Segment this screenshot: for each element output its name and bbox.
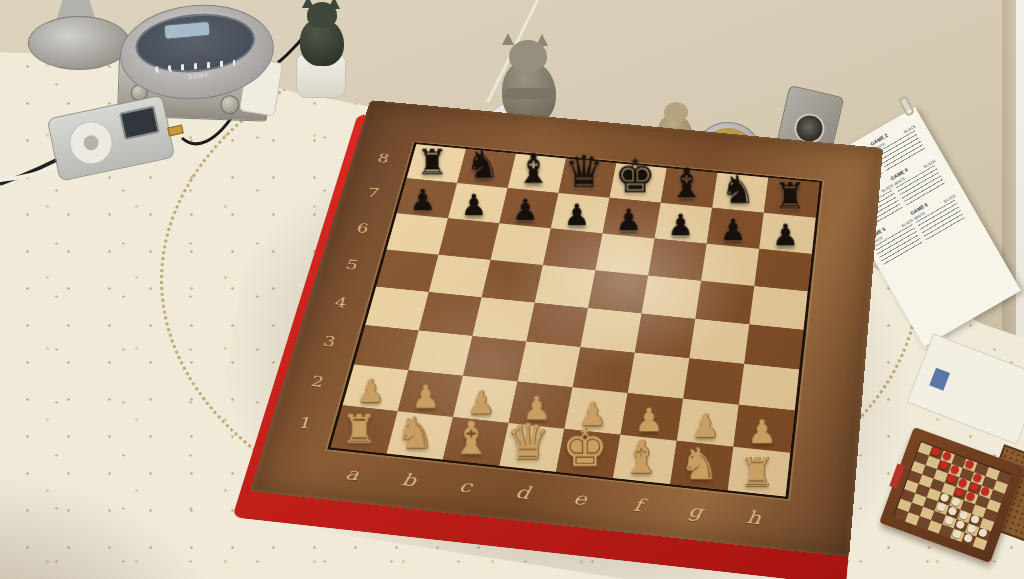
chess-board: 87654321 abcdefgh ♜♞♝♛♚♝♞♜♟♟♟♟♟♟♟♟♟♟♟♟♟♟… (250, 100, 883, 557)
cd-player: SONY (116, 0, 278, 106)
square-g1: ♞ (670, 441, 733, 491)
piece-black-king-e8: ♚ (610, 153, 662, 199)
square-a6 (387, 213, 448, 254)
square-h5 (749, 286, 807, 330)
square-e7: ♟ (603, 198, 661, 239)
square-f3 (628, 353, 690, 399)
board-grid: ♜♞♝♛♚♝♞♜♟♟♟♟♟♟♟♟♟♟♟♟♟♟♟♟♜♞♝♛♚♝♞♜ (331, 144, 820, 496)
rank-label-2: 2 (292, 359, 343, 404)
square-h6 (754, 249, 811, 292)
piece-white-queen-d1: ♛ (499, 418, 556, 467)
piece-white-pawn-a2: ♟ (342, 375, 398, 407)
square-c4 (472, 297, 534, 341)
square-g6 (701, 244, 759, 286)
gargoyle-head (307, 2, 337, 28)
square-b5 (429, 255, 491, 298)
piece-white-pawn-h2: ♟ (733, 416, 790, 448)
piece-black-pawn-b7: ♟ (448, 190, 500, 220)
rank-label-7: 7 (349, 174, 396, 213)
square-g5 (695, 281, 754, 325)
square-e3 (573, 347, 635, 393)
rank-label-8: 8 (360, 140, 406, 177)
gargoyle-head (509, 40, 547, 72)
file-label-f: f (606, 484, 669, 526)
file-label-e: e (548, 478, 612, 520)
square-f4 (635, 313, 696, 358)
square-e1: ♚ (556, 429, 620, 478)
piece-black-pawn-c7: ♟ (499, 195, 551, 225)
square-h4 (744, 324, 803, 369)
amplifier-knob (220, 95, 240, 115)
piece-black-rook-h8: ♜ (764, 178, 816, 214)
piece-black-pawn-e7: ♟ (603, 205, 655, 235)
rank-label-5: 5 (327, 245, 376, 286)
file-label-a: a (319, 453, 385, 494)
square-f5 (642, 275, 702, 318)
photo-chess-desk-scene: { "game": "chess", "position": { "fen": … (0, 0, 1024, 579)
rank-label-6: 6 (339, 209, 387, 249)
file-label-g: g (664, 490, 727, 532)
paper-clip (898, 95, 915, 117)
square-e8: ♚ (610, 163, 667, 203)
square-f8: ♝ (661, 168, 718, 208)
square-g7: ♟ (707, 208, 764, 249)
piece-black-bishop-c8: ♝ (508, 148, 559, 189)
square-h8: ♜ (764, 178, 820, 218)
square-c3 (463, 336, 526, 382)
square-b6 (439, 218, 500, 259)
square-g3 (683, 358, 744, 404)
rank-label-1: 1 (279, 400, 331, 446)
square-c8: ♝ (508, 154, 566, 193)
square-d7: ♟ (551, 193, 610, 234)
piece-white-rook-h1: ♜ (728, 452, 786, 492)
piece-black-pawn-g7: ♟ (707, 215, 760, 245)
square-d6 (543, 228, 603, 270)
ipod-screen (119, 105, 160, 140)
piece-black-pawn-a7: ♟ (397, 185, 449, 215)
square-f1: ♝ (613, 435, 677, 484)
square-e5 (588, 270, 648, 313)
square-e6 (595, 233, 654, 275)
square-d4 (526, 303, 588, 347)
square-f6 (648, 239, 707, 281)
square-h7: ♟ (759, 213, 816, 254)
square-b3 (408, 330, 472, 375)
piece-black-pawn-f7: ♟ (655, 210, 707, 240)
piece-white-rook-a1: ♜ (331, 410, 388, 449)
lamp-base (28, 16, 130, 70)
square-d3 (518, 341, 581, 387)
file-label-b: b (376, 459, 441, 500)
square-f7: ♟ (655, 203, 713, 244)
square-d1: ♛ (499, 423, 564, 472)
piece-white-knight-g1: ♞ (670, 442, 728, 486)
piece-black-bishop-f8: ♝ (661, 163, 713, 204)
piece-black-rook-a8: ♜ (407, 144, 458, 179)
square-h2: ♟ (733, 405, 794, 453)
piece-black-pawn-h7: ♟ (759, 220, 812, 250)
envelope-stamp (929, 368, 950, 391)
square-h1: ♜ (728, 447, 790, 497)
gargoyle-head (664, 102, 688, 122)
file-label-h: h (722, 496, 785, 538)
file-label-d: d (490, 472, 554, 513)
square-a4 (365, 287, 428, 331)
piece-black-pawn-d7: ♟ (551, 200, 603, 230)
piece-black-knight-g8: ♞ (712, 170, 764, 209)
piece-black-knight-b8: ♞ (457, 145, 508, 184)
gargoyle-ear (502, 33, 514, 45)
piece-white-king-e1: ♚ (556, 422, 614, 474)
square-g4 (689, 319, 749, 364)
corner-shadow (0, 470, 240, 579)
gargoyle-arms (504, 88, 556, 99)
square-c6 (491, 223, 551, 265)
square-e4 (580, 308, 641, 353)
piece-white-knight-b1: ♞ (387, 412, 444, 455)
rank-label-4: 4 (316, 282, 365, 324)
square-b4 (419, 292, 482, 336)
square-d8: ♛ (559, 158, 617, 197)
square-g8: ♞ (712, 173, 768, 213)
square-c7: ♟ (499, 188, 558, 228)
square-h3 (739, 364, 799, 411)
square-a5 (376, 249, 438, 292)
gargoyle-statue-left (292, 2, 352, 100)
piece-white-bishop-f1: ♝ (613, 434, 671, 480)
square-c5 (482, 260, 543, 303)
square-d5 (535, 265, 596, 308)
piece-white-bishop-c1: ♝ (443, 416, 500, 461)
rank-label-3: 3 (304, 320, 354, 363)
piece-black-queen-d8: ♛ (559, 150, 610, 194)
file-label-c: c (433, 466, 498, 507)
